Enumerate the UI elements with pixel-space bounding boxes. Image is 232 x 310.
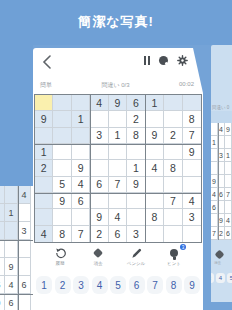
- cell-r9c4[interactable]: 2: [90, 226, 108, 242]
- cell-r5c6[interactable]: 1: [127, 160, 145, 176]
- peek-cell: [18, 240, 31, 258]
- tool-label: ペンシル: [127, 261, 145, 266]
- peek-cell: [225, 136, 232, 149]
- peek-cell: 4: [18, 186, 31, 204]
- sudoku-board: 4961912831892719291485467996749483487263: [34, 94, 202, 243]
- cell-r4c8[interactable]: [164, 144, 182, 160]
- cell-r9c7[interactable]: [146, 226, 164, 242]
- left-peek-banner-area: [0, 45, 33, 186]
- peek-numpad-key-4: 4: [216, 273, 225, 283]
- peek-cell: 7: [225, 188, 232, 201]
- peek-cell: 6: [5, 294, 18, 310]
- cell-r6c3[interactable]: 4: [72, 177, 90, 193]
- cell-r2c5[interactable]: [109, 111, 127, 127]
- cell-r9c2[interactable]: 8: [53, 226, 71, 242]
- cell-r2c6[interactable]: 2: [127, 111, 145, 127]
- cell-r1c1[interactable]: [35, 95, 53, 111]
- cell-r5c7[interactable]: 4: [146, 160, 164, 176]
- peek-cell: [211, 149, 218, 162]
- cell-r2c9[interactable]: 8: [183, 111, 201, 127]
- cell-r3c2[interactable]: [53, 128, 71, 144]
- left-screenshot-peek: 413954696: [0, 45, 33, 310]
- peek-cell: 4: [225, 214, 232, 227]
- cell-r8c6[interactable]: [127, 209, 145, 225]
- eraser-icon: [94, 247, 102, 259]
- cell-r7c2[interactable]: 9: [53, 193, 71, 209]
- peek-cell: [225, 175, 232, 188]
- cell-r4c2[interactable]: [53, 144, 71, 160]
- cell-r7c4[interactable]: [90, 193, 108, 209]
- peek-numpad-key-3: 3: [211, 273, 214, 283]
- hint-count-badge: 3: [180, 244, 186, 250]
- peek-cell: [5, 240, 18, 258]
- cell-r4c4[interactable]: [90, 144, 108, 160]
- peek-cell: 4: [211, 188, 218, 201]
- numpad-key-7[interactable]: 7: [147, 276, 163, 294]
- peek-cell: 7: [211, 227, 218, 240]
- peek-cell: 6: [225, 227, 232, 240]
- tool-pencil[interactable]: ペンシル: [119, 247, 153, 273]
- right-peek-status-text: 間違い 0: [212, 105, 229, 110]
- cell-r5c4[interactable]: [90, 160, 108, 176]
- cell-r3c4[interactable]: 3: [90, 128, 108, 144]
- cell-r1c5[interactable]: 9: [109, 95, 127, 111]
- numpad-key-2[interactable]: 2: [55, 276, 71, 294]
- sudoku-app-screen: 簡単 間違い 0/3 00:02 49619128318927192914854…: [33, 48, 203, 310]
- tool-label: 履歴: [56, 261, 65, 266]
- cell-r9c1[interactable]: 4: [35, 226, 53, 242]
- peek-cell: 9: [5, 258, 18, 276]
- cell-r9c3[interactable]: 7: [72, 226, 90, 242]
- cell-r7c6[interactable]: [127, 193, 145, 209]
- cell-r2c4[interactable]: [90, 111, 108, 127]
- cell-r3c3[interactable]: [72, 128, 90, 144]
- cell-r1c6[interactable]: 6: [127, 95, 145, 111]
- peek-cell: [218, 201, 225, 214]
- promo-title: 簡潔な写真!: [0, 13, 232, 31]
- cell-r7c7[interactable]: [146, 193, 164, 209]
- box-line: [0, 294, 33, 295]
- peek-cell: 9: [225, 123, 232, 136]
- cell-r5c5[interactable]: [109, 160, 127, 176]
- box-line: [35, 193, 201, 194]
- cell-r4c5[interactable]: [109, 144, 127, 160]
- difficulty-label: 簡単: [40, 81, 52, 90]
- peek-cell: 1: [225, 149, 232, 162]
- cell-r8c7[interactable]: 8: [146, 209, 164, 225]
- status-bar: 簡単 間違い 0/3 00:02: [40, 81, 194, 90]
- numpad-key-5[interactable]: 5: [110, 276, 126, 294]
- cell-r1c8[interactable]: [164, 95, 182, 111]
- pencil-icon: [131, 247, 142, 259]
- box-line: [0, 240, 33, 241]
- box-line: [218, 123, 219, 240]
- numpad-key-8[interactable]: 8: [166, 276, 182, 294]
- cell-r9c5[interactable]: 6: [109, 226, 127, 242]
- undo-icon: [55, 247, 66, 259]
- box-line: [18, 186, 19, 310]
- mistakes-counter: 間違い 0/3: [101, 81, 129, 90]
- peek-cell: 4: [5, 276, 18, 294]
- peek-cell: 1: [211, 136, 218, 149]
- palette-icon[interactable]: [159, 56, 168, 65]
- cell-r8c1[interactable]: [35, 209, 53, 225]
- cell-r3c6[interactable]: 8: [127, 128, 145, 144]
- numpad-key-9[interactable]: 9: [184, 276, 200, 294]
- peek-cell: [218, 136, 225, 149]
- cell-r6c6[interactable]: 9: [127, 177, 145, 193]
- cell-r1c3[interactable]: [72, 95, 90, 111]
- cell-r9c8[interactable]: [164, 226, 182, 242]
- peek-cell: [225, 162, 232, 175]
- right-screenshot-peek: 間違い 0 491319467694726 消去 345: [211, 45, 232, 302]
- toolbar: 履歴消去ペンシル3ヒント: [43, 247, 191, 273]
- peek-cell: 1: [5, 204, 18, 222]
- cell-r7c5[interactable]: [109, 193, 127, 209]
- tool-hint-bulb[interactable]: 3ヒント: [157, 247, 191, 273]
- tool-label: 消去: [94, 261, 103, 266]
- peek-cell: 6: [18, 276, 31, 294]
- cell-r8c5[interactable]: 4: [109, 209, 127, 225]
- cell-r9c6[interactable]: 3: [127, 226, 145, 242]
- cell-r2c1[interactable]: 9: [35, 111, 53, 127]
- cell-r1c2[interactable]: [53, 95, 71, 111]
- peek-cell: [211, 123, 218, 136]
- peek-cell: [218, 162, 225, 175]
- cell-r1c9[interactable]: [183, 95, 201, 111]
- cell-r5c9[interactable]: [183, 160, 201, 176]
- cell-r2c3[interactable]: 1: [72, 111, 90, 127]
- numpad-key-4[interactable]: 4: [92, 276, 108, 294]
- cell-r4c9[interactable]: 9: [183, 144, 201, 160]
- cell-r3c9[interactable]: 7: [183, 128, 201, 144]
- box-line: [145, 95, 146, 242]
- cell-r8c9[interactable]: 3: [183, 209, 201, 225]
- peek-cell: [5, 222, 18, 240]
- cell-r7c8[interactable]: 7: [164, 193, 182, 209]
- number-pad: 123456789: [36, 276, 200, 294]
- top-bar: [33, 51, 203, 73]
- cell-r7c9[interactable]: 4: [183, 193, 201, 209]
- peek-cell: [225, 201, 232, 214]
- peek-cell: [218, 175, 225, 188]
- cell-r1c7[interactable]: 1: [146, 95, 164, 111]
- promo-banner: 簡潔な写真!: [0, 0, 232, 45]
- cell-r5c1[interactable]: 2: [35, 160, 53, 176]
- left-peek-sudoku-grid: 413954696: [0, 186, 33, 310]
- numpad-key-1[interactable]: 1: [36, 276, 52, 294]
- cell-r2c2[interactable]: [53, 111, 71, 127]
- box-line: [90, 95, 91, 242]
- cell-r5c3[interactable]: 9: [72, 160, 90, 176]
- cell-r4c6[interactable]: [127, 144, 145, 160]
- cell-r6c1[interactable]: [35, 177, 53, 193]
- peek-cell: 3: [218, 149, 225, 162]
- peek-cell: 4: [218, 123, 225, 136]
- cell-r6c7[interactable]: [146, 177, 164, 193]
- cell-r3c5[interactable]: 1: [109, 128, 127, 144]
- peek-cell: 6: [211, 201, 218, 214]
- box-line: [35, 144, 201, 145]
- tool-label: ヒント: [167, 261, 181, 266]
- cell-r6c9[interactable]: [183, 177, 201, 193]
- peek-cell: [18, 294, 31, 310]
- settings-gear-icon[interactable]: [177, 55, 188, 66]
- peek-cell: [211, 162, 218, 175]
- peek-numpad-key-5: 5: [227, 273, 232, 283]
- cell-r5c2[interactable]: [53, 160, 71, 176]
- cell-r9c9[interactable]: [183, 226, 201, 242]
- app-store-screenshot: 簡潔な写真! 413954696: [0, 0, 232, 310]
- cell-r5c8[interactable]: 8: [164, 160, 182, 176]
- tool-eraser[interactable]: 消去: [81, 247, 115, 273]
- cell-r8c8[interactable]: [164, 209, 182, 225]
- eraser-icon: [215, 250, 225, 260]
- cell-r2c7[interactable]: [146, 111, 164, 127]
- right-peek-number-pad: 345: [211, 273, 232, 283]
- peek-cell: [18, 258, 31, 276]
- cell-r4c7[interactable]: [146, 144, 164, 160]
- hint-bulb-icon: [170, 247, 178, 259]
- cell-r6c8[interactable]: [164, 177, 182, 193]
- back-icon[interactable]: [42, 55, 52, 69]
- cell-r7c3[interactable]: 6: [72, 193, 90, 209]
- cell-r6c5[interactable]: 7: [109, 177, 127, 193]
- eraser-label: 消去: [214, 261, 221, 265]
- cell-r3c7[interactable]: 9: [146, 128, 164, 144]
- cell-r4c3[interactable]: [72, 144, 90, 160]
- numpad-key-6[interactable]: 6: [129, 276, 145, 294]
- cell-r7c1[interactable]: [35, 193, 53, 209]
- numpad-key-3[interactable]: 3: [73, 276, 89, 294]
- peek-cell: 3: [18, 222, 31, 240]
- cell-r6c4[interactable]: 6: [90, 177, 108, 193]
- cell-r8c3[interactable]: [72, 209, 90, 225]
- cell-r3c1[interactable]: [35, 128, 53, 144]
- cell-r2c8[interactable]: [164, 111, 182, 127]
- timer: 00:02: [179, 81, 194, 90]
- pause-icon[interactable]: [144, 56, 150, 65]
- cell-r4c1[interactable]: 1: [35, 144, 53, 160]
- right-peek-highlight-band: [211, 111, 232, 123]
- cell-r6c2[interactable]: 5: [53, 177, 71, 193]
- cell-r3c8[interactable]: 2: [164, 128, 182, 144]
- peek-cell: 9: [218, 214, 225, 227]
- tool-undo[interactable]: 履歴: [43, 247, 77, 273]
- cell-r1c4[interactable]: 4: [90, 95, 108, 111]
- cell-r8c4[interactable]: 9: [90, 209, 108, 225]
- peek-cell: 6: [218, 188, 225, 201]
- peek-cell: 2: [218, 227, 225, 240]
- peek-cell: 9: [211, 175, 218, 188]
- peek-cell: [5, 186, 18, 204]
- peek-cell: [18, 204, 31, 222]
- peek-cell: [211, 214, 218, 227]
- cell-r8c2[interactable]: [53, 209, 71, 225]
